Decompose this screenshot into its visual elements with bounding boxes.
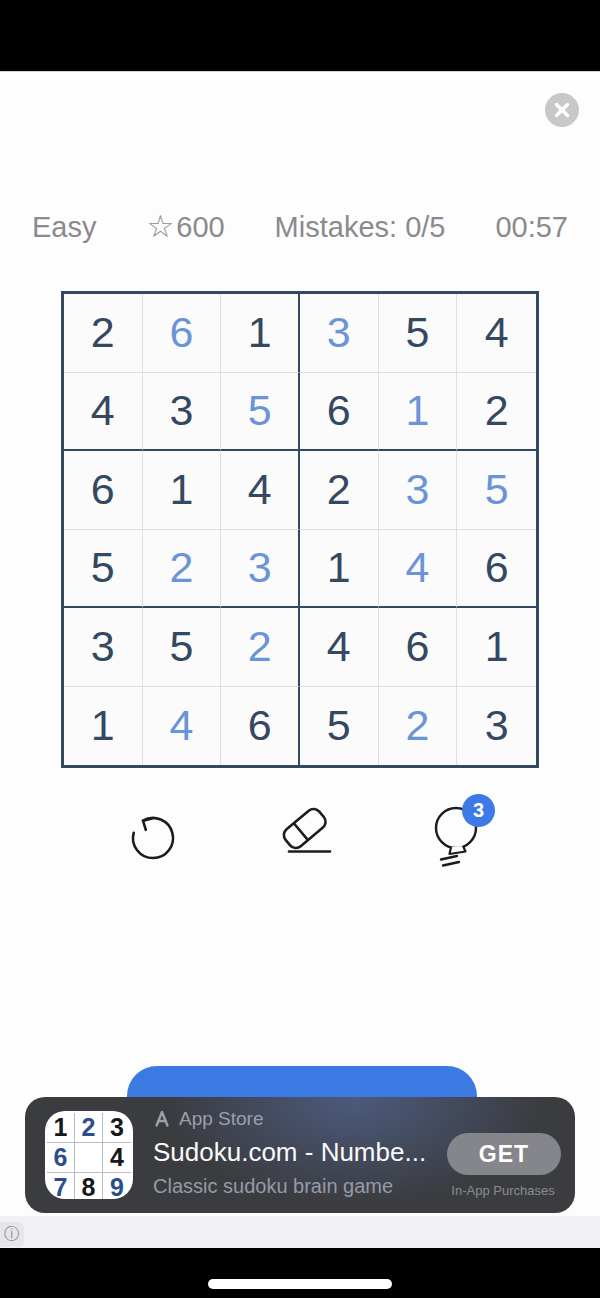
sudoku-cell-r6c2[interactable]: 4 <box>143 687 222 766</box>
appstore-logo-icon <box>153 1109 171 1129</box>
sudoku-app-icon[interactable]: 12364789 <box>45 1111 133 1199</box>
sudoku-cell-r6c6[interactable]: 3 <box>457 687 536 766</box>
sudoku-cell-r5c1[interactable]: 3 <box>64 608 143 687</box>
sudoku-cell-r1c6[interactable]: 4 <box>457 294 536 373</box>
appstore-ad-banner[interactable]: 12364789 App Store Sudoku.com - Numbe...… <box>25 1097 575 1213</box>
sudoku-cell-r2c2[interactable]: 3 <box>143 373 222 452</box>
sudoku-cell-r4c2[interactable]: 2 <box>143 530 222 609</box>
undo-icon <box>123 806 183 868</box>
sudoku-cell-r2c4[interactable]: 6 <box>300 373 379 452</box>
sudoku-cell-r5c4[interactable]: 4 <box>300 608 379 687</box>
store-row: App Store <box>153 1107 443 1131</box>
app-icon-cell: 3 <box>103 1113 131 1143</box>
close-ad-button[interactable] <box>545 93 579 127</box>
sudoku-cell-r6c1[interactable]: 1 <box>64 687 143 766</box>
sudoku-cell-r4c5[interactable]: 4 <box>379 530 458 609</box>
sudoku-cell-r2c6[interactable]: 2 <box>457 373 536 452</box>
app-icon-cell <box>75 1143 103 1173</box>
ad-info-button[interactable]: ⓘ <box>0 1222 24 1247</box>
app-icon-cell: 8 <box>75 1173 103 1199</box>
undo-button[interactable] <box>123 806 183 868</box>
sudoku-cell-r3c6[interactable]: 5 <box>457 451 536 530</box>
store-label: App Store <box>179 1108 264 1130</box>
ad-app-subtitle: Classic sudoku brain game <box>153 1175 443 1198</box>
ad-bottom-strip <box>0 1216 600 1248</box>
difficulty-label: Easy <box>32 211 96 244</box>
sudoku-cell-r4c4[interactable]: 1 <box>300 530 379 609</box>
sudoku-cell-r3c5[interactable]: 3 <box>379 451 458 530</box>
score-display: ☆ 600 <box>146 211 224 244</box>
iap-note: In-App Purchases <box>437 1183 569 1198</box>
ad-text-block: App Store Sudoku.com - Numbe... Classic … <box>153 1107 443 1198</box>
app-icon-cell: 6 <box>47 1143 75 1173</box>
app-icon-cell: 1 <box>47 1113 75 1143</box>
get-button[interactable]: GET <box>447 1133 561 1175</box>
sudoku-cell-r3c2[interactable]: 1 <box>143 451 222 530</box>
sudoku-cell-r2c5[interactable]: 1 <box>379 373 458 452</box>
sudoku-cell-r6c3[interactable]: 6 <box>221 687 300 766</box>
sudoku-cell-r3c1[interactable]: 6 <box>64 451 143 530</box>
sudoku-cell-r5c5[interactable]: 6 <box>379 608 458 687</box>
app-icon-cell: 2 <box>75 1113 103 1143</box>
app-icon-cell: 4 <box>103 1143 131 1173</box>
sudoku-cell-r3c3[interactable]: 4 <box>221 451 300 530</box>
sudoku-cell-r5c3[interactable]: 2 <box>221 608 300 687</box>
app-icon-cell: 9 <box>103 1173 131 1199</box>
sudoku-cell-r5c6[interactable]: 1 <box>457 608 536 687</box>
timer: 00:57 <box>495 211 568 244</box>
sudoku-cell-r2c1[interactable]: 4 <box>64 373 143 452</box>
sudoku-board[interactable]: 261354435612614235523146352461146523 <box>61 291 539 768</box>
sudoku-cell-r6c4[interactable]: 5 <box>300 687 379 766</box>
app-screen: Easy ☆ 600 Mistakes: 0/5 00:57 261354435… <box>0 0 600 1298</box>
app-icon-cell: 7 <box>47 1173 75 1199</box>
sudoku-cell-r1c3[interactable]: 1 <box>221 294 300 373</box>
sudoku-cell-r4c6[interactable]: 6 <box>457 530 536 609</box>
erase-button[interactable] <box>275 800 341 864</box>
bottom-device-bar <box>0 1248 600 1298</box>
sudoku-cell-r3c4[interactable]: 2 <box>300 451 379 530</box>
status-bar <box>0 0 600 72</box>
close-icon <box>554 102 570 118</box>
sudoku-cell-r2c3[interactable]: 5 <box>221 373 300 452</box>
star-icon: ☆ <box>146 211 174 242</box>
sudoku-cell-r4c1[interactable]: 5 <box>64 530 143 609</box>
ad-app-title: Sudoku.com - Numbe... <box>153 1137 443 1168</box>
score-value: 600 <box>176 211 224 244</box>
sudoku-cell-r4c3[interactable]: 3 <box>221 530 300 609</box>
sudoku-cell-r1c5[interactable]: 5 <box>379 294 458 373</box>
hint-button[interactable]: 3 <box>426 800 496 870</box>
home-indicator[interactable] <box>208 1279 392 1289</box>
eraser-icon <box>275 800 341 864</box>
sudoku-cell-r1c4[interactable]: 3 <box>300 294 379 373</box>
mistakes-counter: Mistakes: 0/5 <box>275 211 446 244</box>
sudoku-cell-r6c5[interactable]: 2 <box>379 687 458 766</box>
hint-count-badge: 3 <box>462 794 495 827</box>
sudoku-cell-r5c2[interactable]: 5 <box>143 608 222 687</box>
sudoku-cell-r1c1[interactable]: 2 <box>64 294 143 373</box>
sudoku-cell-r1c2[interactable]: 6 <box>143 294 222 373</box>
game-hud: Easy ☆ 600 Mistakes: 0/5 00:57 <box>32 206 568 248</box>
